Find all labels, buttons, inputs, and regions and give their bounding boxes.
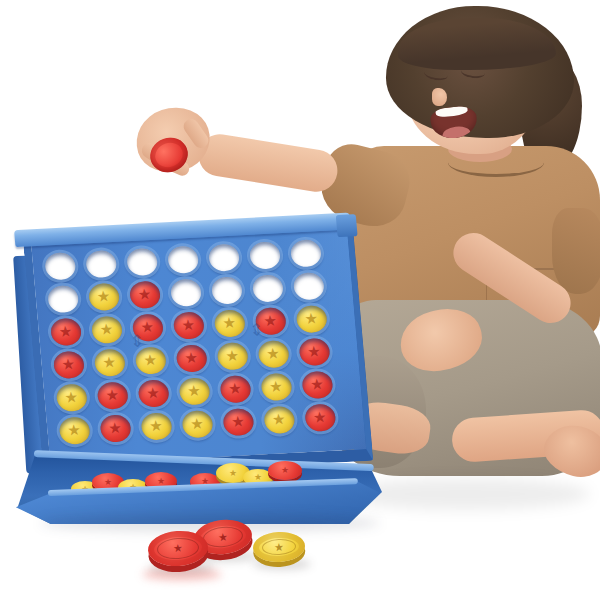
loose-discs: ★★★ (0, 0, 600, 600)
product-photo: ★★★★★★★★★★★★★★★★★★★★★★★★★★★★★★ ⇕⇕ ★★★★★★… (0, 0, 600, 600)
star-emboss-icon: ★ (274, 541, 284, 553)
star-emboss-icon: ★ (173, 542, 184, 554)
star-emboss-icon: ★ (218, 531, 229, 543)
